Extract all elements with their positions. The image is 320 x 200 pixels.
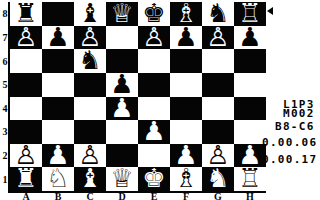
piece-white-pawn: ♟	[110, 97, 133, 121]
square-g4[interactable]	[202, 97, 234, 121]
square-f1[interactable]: ♗	[170, 167, 202, 191]
square-d8[interactable]: ♕	[106, 2, 138, 26]
piece-black-pawn: ♙	[206, 26, 229, 50]
file-label-h: H	[234, 191, 266, 200]
square-a6[interactable]	[10, 49, 42, 73]
file-label-a: A	[10, 191, 42, 200]
piece-white-bishop: ♝	[78, 167, 101, 191]
file-label-b: B	[42, 191, 74, 200]
square-b1[interactable]: ♘	[42, 167, 74, 191]
rank-labels: 87654321	[1, 2, 9, 191]
rank-label-3: 3	[1, 120, 9, 144]
chess-program-screen: 87654321 ♜♝♕♚♗♞♖♙♟♙♙♟♙♟♞♟♟♟♙♟♙♟♙♟♜♘♝♕♚♗♞…	[0, 0, 320, 200]
piece-white-pawn: ♟	[142, 120, 165, 144]
piece-white-knight: ♘	[46, 167, 69, 191]
piece-white-bishop: ♗	[174, 167, 197, 191]
rank-label-5: 5	[1, 73, 9, 97]
square-a4[interactable]	[10, 97, 42, 121]
clock-time-2: 0.00.17	[262, 156, 317, 164]
square-e3[interactable]: ♟	[138, 120, 170, 144]
piece-white-king: ♚	[142, 167, 165, 191]
file-label-c: C	[74, 191, 106, 200]
file-label-f: F	[170, 191, 202, 200]
file-label-g: G	[202, 191, 234, 200]
piece-black-pawn: ♙	[142, 26, 165, 50]
square-b4[interactable]	[42, 97, 74, 121]
rank-label-8: 8	[1, 2, 9, 26]
piece-black-knight: ♞	[78, 49, 101, 73]
rank-label-2: 2	[1, 144, 9, 168]
square-g7[interactable]: ♙	[202, 26, 234, 50]
file-labels: ABCDEFGH	[10, 191, 266, 200]
square-d7[interactable]	[106, 26, 138, 50]
piece-black-queen: ♕	[110, 2, 133, 26]
square-c6[interactable]: ♞	[74, 49, 106, 73]
rank-label-4: 4	[1, 97, 9, 121]
square-c1[interactable]: ♝	[74, 167, 106, 191]
square-f5[interactable]	[170, 73, 202, 97]
piece-white-rook: ♜	[14, 167, 37, 191]
piece-black-pawn: ♙	[14, 26, 37, 50]
square-e5[interactable]	[138, 73, 170, 97]
piece-black-pawn: ♟	[46, 26, 69, 50]
square-c4[interactable]	[74, 97, 106, 121]
square-d4[interactable]: ♟	[106, 97, 138, 121]
square-h6[interactable]	[234, 49, 266, 73]
square-b7[interactable]: ♟	[42, 26, 74, 50]
square-e1[interactable]: ♚	[138, 167, 170, 191]
piece-white-knight: ♞	[206, 167, 229, 191]
square-f7[interactable]: ♟	[170, 26, 202, 50]
square-a1[interactable]: ♜	[10, 167, 42, 191]
square-h4[interactable]	[234, 97, 266, 121]
rank-label-1: 1	[1, 167, 9, 191]
rank-label-6: 6	[1, 49, 9, 73]
square-e6[interactable]	[138, 49, 170, 73]
square-a5[interactable]	[10, 73, 42, 97]
square-g6[interactable]	[202, 49, 234, 73]
square-c5[interactable]	[74, 73, 106, 97]
square-f4[interactable]	[170, 97, 202, 121]
last-move-display: B8-C6	[275, 123, 315, 131]
square-h5[interactable]	[234, 73, 266, 97]
turn-indicator-arrow-icon	[267, 7, 273, 15]
file-label-e: E	[138, 191, 170, 200]
file-label-d: D	[106, 191, 138, 200]
square-d1[interactable]: ♕	[106, 167, 138, 191]
move-counter: M002	[283, 110, 315, 118]
square-b5[interactable]	[42, 73, 74, 97]
square-h1[interactable]: ♖	[234, 167, 266, 191]
piece-black-pawn: ♟	[238, 26, 261, 50]
square-e7[interactable]: ♙	[138, 26, 170, 50]
clock-time-1: 0.00.06	[262, 139, 317, 147]
chess-board[interactable]: ♜♝♕♚♗♞♖♙♟♙♙♟♙♟♞♟♟♟♙♟♙♟♙♟♜♘♝♕♚♗♞♖	[10, 2, 266, 191]
piece-black-pawn: ♟	[174, 26, 197, 50]
square-d3[interactable]	[106, 120, 138, 144]
square-g1[interactable]: ♞	[202, 167, 234, 191]
square-b6[interactable]	[42, 49, 74, 73]
square-h7[interactable]: ♟	[234, 26, 266, 50]
square-g5[interactable]	[202, 73, 234, 97]
square-f6[interactable]	[170, 49, 202, 73]
square-a7[interactable]: ♙	[10, 26, 42, 50]
rank-label-7: 7	[1, 26, 9, 50]
piece-white-rook: ♖	[238, 167, 261, 191]
piece-white-queen: ♕	[110, 167, 133, 191]
